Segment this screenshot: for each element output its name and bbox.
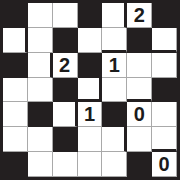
cell-r5c3[interactable] bbox=[53, 102, 78, 127]
cell-r1c7-black[interactable] bbox=[152, 3, 177, 28]
cell-r6c3-black[interactable] bbox=[53, 127, 78, 152]
cell-r5c1[interactable] bbox=[3, 102, 28, 127]
cell-r6c2[interactable] bbox=[28, 127, 53, 152]
cell-r3c4-black[interactable] bbox=[78, 53, 103, 78]
cell-r7c5[interactable] bbox=[102, 152, 127, 177]
puzzle-board: 221100 bbox=[0, 0, 180, 180]
cell-r2c2[interactable] bbox=[28, 28, 53, 53]
cell-r3c3-clue-2[interactable]: 2 bbox=[53, 53, 78, 78]
cell-r2c6-black[interactable] bbox=[127, 28, 152, 53]
cell-r1c4-black[interactable] bbox=[78, 3, 103, 28]
cell-r7c1-black[interactable] bbox=[3, 152, 28, 177]
cell-r4c1[interactable] bbox=[3, 78, 28, 103]
cell-r7c4[interactable] bbox=[78, 152, 103, 177]
cell-r7c6-black[interactable] bbox=[127, 152, 152, 177]
cell-r3c2[interactable] bbox=[28, 53, 53, 78]
cell-r6c1[interactable] bbox=[3, 127, 28, 152]
cell-r3c5-clue-1[interactable]: 1 bbox=[102, 53, 127, 78]
cell-r6c7[interactable] bbox=[152, 127, 177, 152]
cell-r5c6-clue-0[interactable]: 0 bbox=[127, 102, 152, 127]
cell-r4c3-black[interactable] bbox=[53, 78, 78, 103]
cell-r7c7-clue-0[interactable]: 0 bbox=[152, 152, 177, 177]
cell-r4c6[interactable] bbox=[127, 78, 152, 103]
cell-r6c5[interactable] bbox=[102, 127, 127, 152]
cell-r7c2[interactable] bbox=[28, 152, 53, 177]
cell-r7c3[interactable] bbox=[53, 152, 78, 177]
cell-r6c6[interactable] bbox=[127, 127, 152, 152]
cell-r5c4-clue-1[interactable]: 1 bbox=[78, 102, 103, 127]
cell-r5c7[interactable] bbox=[152, 102, 177, 127]
cell-r6c4[interactable] bbox=[78, 127, 103, 152]
cell-r1c6-clue-2[interactable]: 2 bbox=[127, 3, 152, 28]
cell-r4c4[interactable] bbox=[78, 78, 103, 103]
cell-r2c4[interactable] bbox=[78, 28, 103, 53]
cell-r1c1-black[interactable] bbox=[3, 3, 28, 28]
cell-r4c7-black[interactable] bbox=[152, 78, 177, 103]
cell-r5c5-black[interactable] bbox=[102, 102, 127, 127]
cell-r2c3-black[interactable] bbox=[53, 28, 78, 53]
cell-r1c5[interactable] bbox=[102, 3, 127, 28]
cell-r3c7[interactable] bbox=[152, 53, 177, 78]
cell-r1c3[interactable] bbox=[53, 3, 78, 28]
cell-r2c1[interactable] bbox=[3, 28, 28, 53]
cell-r3c6[interactable] bbox=[127, 53, 152, 78]
cell-r4c2[interactable] bbox=[28, 78, 53, 103]
cell-r2c7[interactable] bbox=[152, 28, 177, 53]
cell-r3c1-black[interactable] bbox=[3, 53, 28, 78]
cell-r5c2-black[interactable] bbox=[28, 102, 53, 127]
cell-r2c5[interactable] bbox=[102, 28, 127, 53]
cell-r4c5[interactable] bbox=[102, 78, 127, 103]
cell-r1c2[interactable] bbox=[28, 3, 53, 28]
